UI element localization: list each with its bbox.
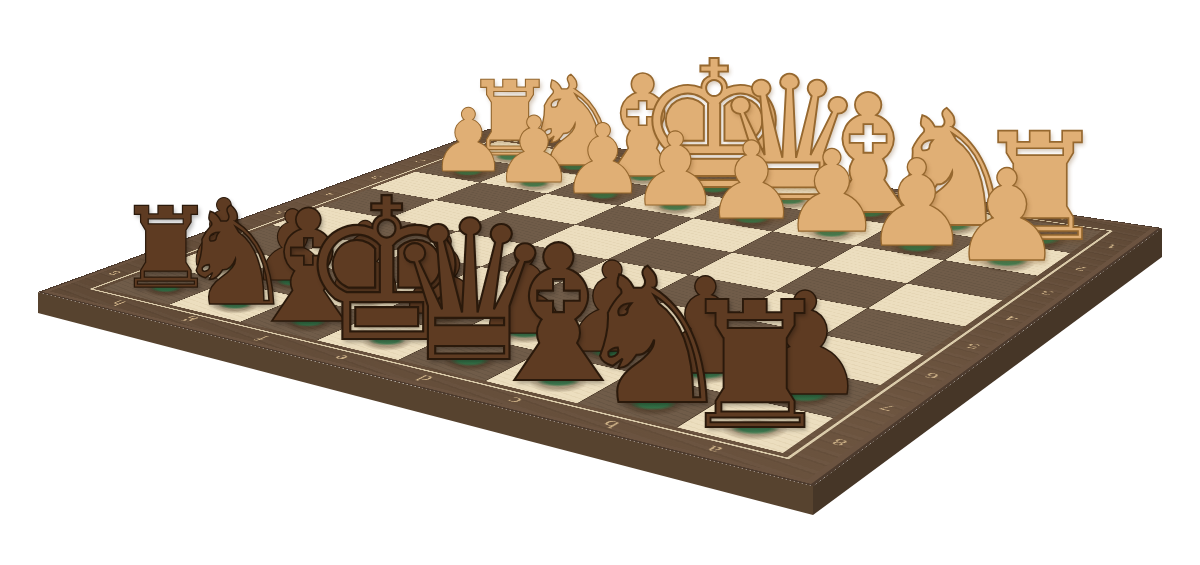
rank-label-4-hfile-edge: 4: [320, 191, 339, 197]
file-label-g-rank1-edge: g: [596, 148, 614, 153]
file-label-e-rank1-edge: e: [734, 169, 751, 175]
file-label-d-rank8-edge: d: [411, 373, 438, 384]
file-label-b-rank1-edge: b: [968, 203, 987, 210]
rank-label-6-hfile-edge: 6: [218, 228, 238, 234]
file-label-a-rank1-edge: a: [1055, 216, 1073, 223]
rank-label-2-hfile-edge: 2: [411, 158, 428, 163]
file-label-g-rank8-edge: g: [175, 316, 201, 325]
rank-label-3-hfile-edge: 3: [367, 174, 385, 179]
file-label-c-rank8-edge: c: [501, 395, 527, 406]
file-label-f-rank1-edge: f: [664, 158, 680, 163]
rank-label-3-afile-edge: 3: [1037, 289, 1056, 297]
file-label-d-rank1-edge: d: [807, 179, 826, 185]
file-label-f-rank8-edge: f: [250, 334, 273, 343]
file-label-a-rank8-edge: a: [700, 443, 726, 456]
rank-label-1-hfile-edge: 1: [453, 143, 470, 148]
file-label-b-rank8-edge: b: [597, 418, 624, 430]
file-label-h-rank1-edge: h: [531, 139, 549, 144]
rank-label-1-afile-edge: 1: [1103, 243, 1121, 250]
rank-label-8-afile-edge: 8: [827, 436, 851, 448]
rank-label-8-hfile-edge: 8: [104, 269, 126, 276]
file-label-c-rank1-edge: c: [886, 191, 904, 197]
file-label-e-rank8-edge: e: [328, 353, 353, 363]
rank-label-7-afile-edge: 7: [876, 402, 899, 413]
file-label-h-rank8-edge: h: [105, 299, 130, 308]
rank-label-6-afile-edge: 6: [921, 371, 943, 381]
chess-set-product-photo: aa11bb22cc33dd44ee55ff66gg77hh88 ♜♞♟♝♟♚♟…: [0, 0, 1200, 565]
rank-label-5-hfile-edge: 5: [271, 209, 290, 215]
rank-label-7-hfile-edge: 7: [163, 248, 184, 255]
rank-label-4-afile-edge: 4: [1001, 314, 1021, 323]
rank-label-5-afile-edge: 5: [962, 341, 983, 350]
rank-label-2-afile-edge: 2: [1071, 265, 1089, 272]
